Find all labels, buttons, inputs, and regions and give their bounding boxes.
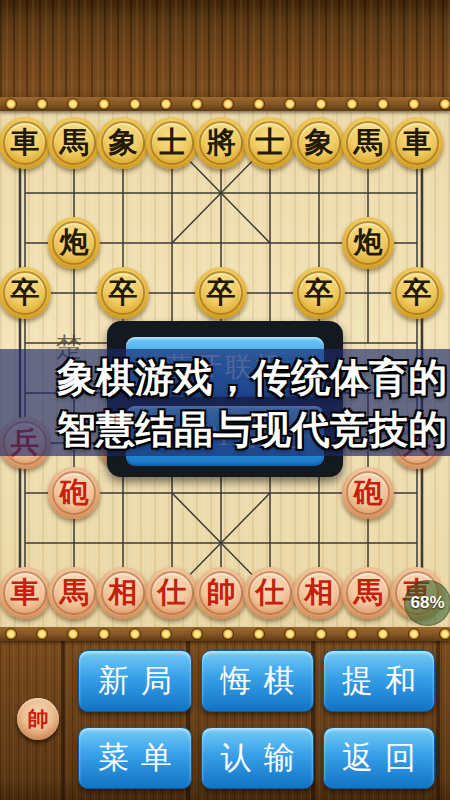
xiangqi-piece-red[interactable]: 砲 bbox=[342, 467, 394, 519]
xiangqi-piece-black[interactable]: 卒 bbox=[293, 267, 345, 319]
xiangqi-piece-black[interactable]: 馬 bbox=[342, 117, 394, 169]
xiangqi-piece-red[interactable]: 仕 bbox=[146, 567, 198, 619]
red-general-decor-piece: 帥 bbox=[17, 698, 59, 740]
resign-button[interactable]: 认输 bbox=[201, 727, 314, 789]
xiangqi-piece-red[interactable]: 仕 bbox=[244, 567, 296, 619]
xiangqi-piece-black[interactable]: 將 bbox=[195, 117, 247, 169]
xiangqi-piece-red[interactable]: 馬 bbox=[342, 567, 394, 619]
offer-draw-button[interactable]: 提和 bbox=[323, 650, 435, 712]
xiangqi-piece-black[interactable]: 馬 bbox=[48, 117, 100, 169]
nail-rail-bottom bbox=[0, 627, 450, 641]
xiangqi-piece-black[interactable]: 士 bbox=[146, 117, 198, 169]
xiangqi-piece-black[interactable]: 卒 bbox=[97, 267, 149, 319]
xiangqi-piece-black[interactable]: 士 bbox=[244, 117, 296, 169]
xiangqi-piece-red[interactable]: 砲 bbox=[48, 467, 100, 519]
menu-buttons: 新局 悔棋 提和 菜单 认输 返回 bbox=[78, 650, 437, 789]
menu-button[interactable]: 菜单 bbox=[78, 727, 192, 789]
xiangqi-piece-black[interactable]: 象 bbox=[293, 117, 345, 169]
banner-line-1: 象棋游戏，传统体育的 bbox=[57, 352, 450, 404]
back-button[interactable]: 返回 bbox=[323, 727, 435, 789]
xiangqi-piece-black[interactable]: 卒 bbox=[0, 267, 51, 319]
xiangqi-piece-black[interactable]: 炮 bbox=[48, 217, 100, 269]
xiangqi-piece-black[interactable]: 車 bbox=[0, 117, 51, 169]
nail-rail-top bbox=[0, 97, 450, 111]
xiangqi-piece-red[interactable]: 相 bbox=[97, 567, 149, 619]
xiangqi-piece-black[interactable]: 車 bbox=[391, 117, 443, 169]
xiangqi-piece-black[interactable]: 炮 bbox=[342, 217, 394, 269]
percent-badge: 68% bbox=[404, 580, 450, 626]
wood-panel-top bbox=[0, 0, 450, 110]
xiangqi-piece-red[interactable]: 馬 bbox=[48, 567, 100, 619]
decor-piece-char: 帥 bbox=[28, 705, 49, 733]
xiangqi-piece-black[interactable]: 卒 bbox=[195, 267, 247, 319]
xiangqi-piece-red[interactable]: 車 bbox=[0, 567, 51, 619]
xiangqi-piece-red[interactable]: 相 bbox=[293, 567, 345, 619]
undo-move-button[interactable]: 悔棋 bbox=[201, 650, 314, 712]
banner-line-2: 智慧结晶与现代竞技的 bbox=[57, 404, 450, 456]
xiangqi-piece-black[interactable]: 卒 bbox=[391, 267, 443, 319]
new-game-button[interactable]: 新局 bbox=[78, 650, 192, 712]
game-screen: 楚 河 汉 界 車馬象士將士象馬車炮炮卒卒卒卒卒兵兵兵兵兵砲砲車馬相仕帥仕相馬車… bbox=[0, 0, 450, 800]
title-banner: 象棋游戏，传统体育的 智慧结晶与现代竞技的 bbox=[0, 349, 450, 456]
xiangqi-piece-red[interactable]: 帥 bbox=[195, 567, 247, 619]
xiangqi-piece-black[interactable]: 象 bbox=[97, 117, 149, 169]
